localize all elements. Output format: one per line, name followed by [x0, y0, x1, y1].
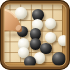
app-icon[interactable]: [0, 0, 70, 70]
icon-frame-background: [0, 0, 70, 70]
white-stone: [58, 35, 69, 46]
black-stone: [52, 52, 66, 66]
white-stone: [15, 7, 27, 19]
black-stone: [24, 56, 36, 68]
stones-layer: [0, 0, 70, 70]
white-stone: [45, 32, 57, 44]
black-stone: [17, 26, 29, 38]
white-stone: [45, 18, 56, 29]
